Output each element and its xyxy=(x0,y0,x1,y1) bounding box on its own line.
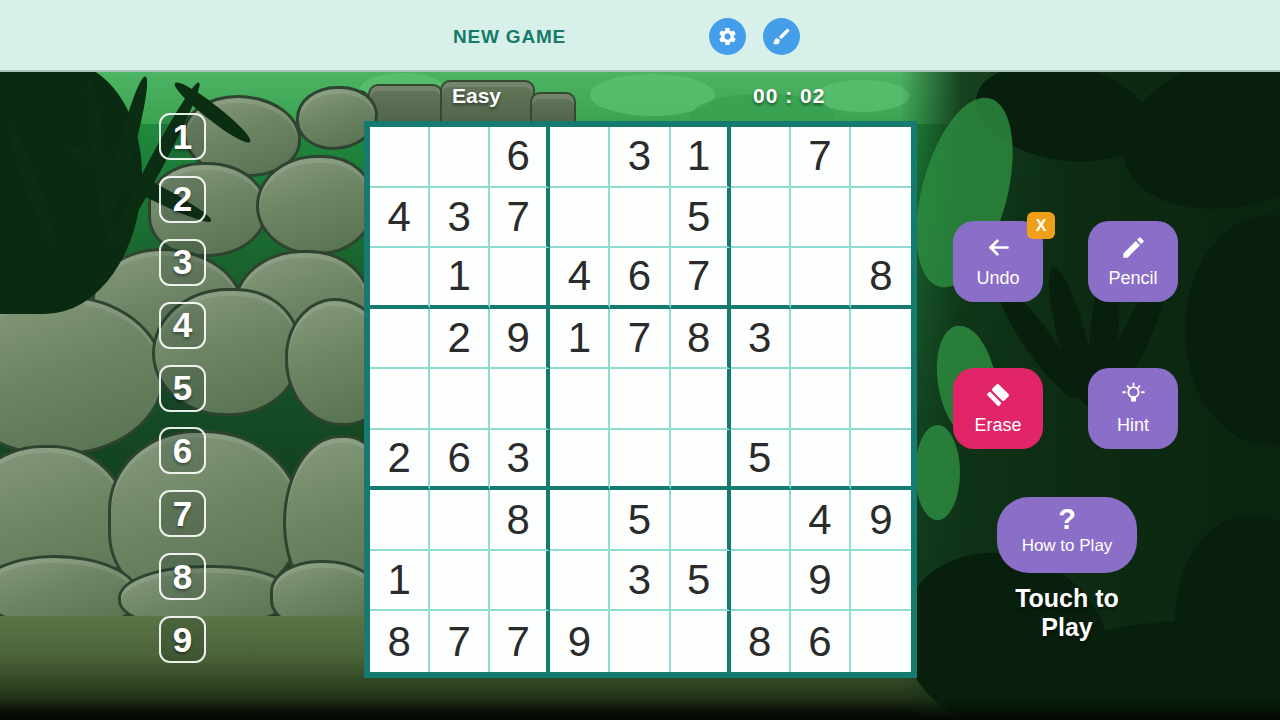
palette-number-9[interactable]: 9 xyxy=(159,616,206,663)
cell-r2c2[interactable]: 3 xyxy=(430,188,490,249)
cell-r3c2[interactable]: 1 xyxy=(430,248,490,309)
cell-r3c4[interactable]: 4 xyxy=(550,248,610,309)
stone-tile xyxy=(368,84,443,126)
difficulty-label: Easy xyxy=(452,84,501,108)
cell-r1c4[interactable] xyxy=(550,127,610,188)
palette-number-4[interactable]: 4 xyxy=(159,302,206,349)
erase-button[interactable]: Erase xyxy=(953,368,1043,449)
cell-r4c4[interactable]: 1 xyxy=(550,309,610,370)
cell-r3c5[interactable]: 6 xyxy=(610,248,670,309)
timer: 00 : 02 xyxy=(753,84,825,108)
palette-number-5[interactable]: 5 xyxy=(159,365,206,412)
cell-r9c7[interactable]: 8 xyxy=(731,611,791,672)
cell-r8c6[interactable]: 5 xyxy=(671,551,731,612)
cell-r2c7[interactable] xyxy=(731,188,791,249)
cell-r9c9[interactable] xyxy=(851,611,911,672)
sudoku-app: NEW GAME Easy 00 : 02 123456789 63174375… xyxy=(0,0,1280,720)
cell-r8c2[interactable] xyxy=(430,551,490,612)
cell-r5c2[interactable] xyxy=(430,369,490,430)
eraser-icon xyxy=(985,381,1012,408)
cell-r6c7[interactable]: 5 xyxy=(731,430,791,491)
palette-number-1[interactable]: 1 xyxy=(159,113,206,160)
cell-r4c6[interactable]: 8 xyxy=(671,309,731,370)
erase-label: Erase xyxy=(974,415,1021,436)
cell-r2c3[interactable]: 7 xyxy=(490,188,550,249)
cell-r1c6[interactable]: 1 xyxy=(671,127,731,188)
question-mark-icon: ? xyxy=(1058,504,1076,534)
palette-number-3[interactable]: 3 xyxy=(159,239,206,286)
number-palette: 123456789 xyxy=(159,113,206,663)
cell-r4c7[interactable]: 3 xyxy=(731,309,791,370)
cell-r1c2[interactable] xyxy=(430,127,490,188)
cell-r1c5[interactable]: 3 xyxy=(610,127,670,188)
arrow-left-icon xyxy=(985,234,1012,261)
cell-r5c3[interactable] xyxy=(490,369,550,430)
cell-r5c9[interactable] xyxy=(851,369,911,430)
palette-number-8[interactable]: 8 xyxy=(159,553,206,600)
palm-leaf xyxy=(1185,215,1280,445)
cell-r6c2[interactable]: 6 xyxy=(430,430,490,491)
palette-number-7[interactable]: 7 xyxy=(159,490,206,537)
touch-line1: Touch to xyxy=(967,584,1167,613)
cell-r4c3[interactable]: 9 xyxy=(490,309,550,370)
cell-r6c1[interactable]: 2 xyxy=(370,430,430,491)
cell-r7c3[interactable]: 8 xyxy=(490,490,550,551)
cell-r8c8[interactable]: 9 xyxy=(791,551,851,612)
hint-button[interactable]: Hint xyxy=(1088,368,1178,449)
hint-label: Hint xyxy=(1117,415,1149,436)
lightbulb-icon xyxy=(1120,381,1147,408)
cell-r6c9[interactable] xyxy=(851,430,911,491)
cell-r8c5[interactable]: 3 xyxy=(610,551,670,612)
cell-r4c8[interactable] xyxy=(791,309,851,370)
undo-count-badge: X xyxy=(1027,212,1055,239)
cell-r8c9[interactable] xyxy=(851,551,911,612)
cell-r8c1[interactable]: 1 xyxy=(370,551,430,612)
cell-r6c8[interactable] xyxy=(791,430,851,491)
cell-r5c4[interactable] xyxy=(550,369,610,430)
cell-r5c5[interactable] xyxy=(610,369,670,430)
undo-label: Undo xyxy=(976,268,1019,289)
cell-r9c6[interactable] xyxy=(671,611,731,672)
cell-r2c8[interactable] xyxy=(791,188,851,249)
cell-r1c9[interactable] xyxy=(851,127,911,188)
sudoku-board: 6317437514678291783263585491359877986 xyxy=(364,121,917,678)
pencil-label: Pencil xyxy=(1108,268,1157,289)
cell-r3c8[interactable] xyxy=(791,248,851,309)
touch-to-play-text: Touch to Play xyxy=(967,584,1167,642)
cell-r8c3[interactable] xyxy=(490,551,550,612)
cell-r2c6[interactable]: 5 xyxy=(671,188,731,249)
cell-r9c8[interactable]: 6 xyxy=(791,611,851,672)
cell-r3c1[interactable] xyxy=(370,248,430,309)
cell-r4c9[interactable] xyxy=(851,309,911,370)
cell-r6c6[interactable] xyxy=(671,430,731,491)
stone-tile xyxy=(530,92,576,124)
palette-number-2[interactable]: 2 xyxy=(159,176,206,223)
settings-button[interactable] xyxy=(709,18,746,55)
cell-r5c1[interactable] xyxy=(370,369,430,430)
paintbrush-icon xyxy=(771,26,792,47)
cell-r7c7[interactable] xyxy=(731,490,791,551)
pencil-button[interactable]: Pencil xyxy=(1088,221,1178,302)
stone xyxy=(256,155,374,255)
cell-r4c5[interactable]: 7 xyxy=(610,309,670,370)
cell-r2c1[interactable]: 4 xyxy=(370,188,430,249)
palette-number-6[interactable]: 6 xyxy=(159,427,206,474)
cell-r3c3[interactable] xyxy=(490,248,550,309)
cell-r9c3[interactable]: 7 xyxy=(490,611,550,672)
cell-r8c4[interactable] xyxy=(550,551,610,612)
fern-left xyxy=(0,72,260,372)
touch-line2: Play xyxy=(967,613,1167,642)
cell-r4c2[interactable]: 2 xyxy=(430,309,490,370)
bottom-shadow xyxy=(0,700,1280,720)
theme-button[interactable] xyxy=(763,18,800,55)
how-to-play-button[interactable]: ? How to Play xyxy=(997,497,1137,573)
page-title: NEW GAME xyxy=(453,26,566,48)
cell-r1c7[interactable] xyxy=(731,127,791,188)
cell-r3c7[interactable] xyxy=(731,248,791,309)
cell-r1c3[interactable]: 6 xyxy=(490,127,550,188)
cell-r7c2[interactable] xyxy=(430,490,490,551)
cell-r6c5[interactable] xyxy=(610,430,670,491)
cell-r7c5[interactable]: 5 xyxy=(610,490,670,551)
cell-r6c4[interactable] xyxy=(550,430,610,491)
cell-r7c8[interactable]: 4 xyxy=(791,490,851,551)
cell-r6c3[interactable]: 3 xyxy=(490,430,550,491)
cell-r3c6[interactable]: 7 xyxy=(671,248,731,309)
cell-r8c7[interactable] xyxy=(731,551,791,612)
cell-r2c5[interactable] xyxy=(610,188,670,249)
cell-r2c4[interactable] xyxy=(550,188,610,249)
cell-r2c9[interactable] xyxy=(851,188,911,249)
pencil-icon xyxy=(1120,234,1147,261)
cell-r1c8[interactable]: 7 xyxy=(791,127,851,188)
cell-r9c4[interactable]: 9 xyxy=(550,611,610,672)
cell-r3c9[interactable]: 8 xyxy=(851,248,911,309)
gear-icon xyxy=(717,26,738,47)
cell-r7c4[interactable] xyxy=(550,490,610,551)
cell-r7c1[interactable] xyxy=(370,490,430,551)
cell-r7c9[interactable]: 9 xyxy=(851,490,911,551)
cell-r5c7[interactable] xyxy=(731,369,791,430)
cell-r5c8[interactable] xyxy=(791,369,851,430)
cell-r9c5[interactable] xyxy=(610,611,670,672)
cell-r7c6[interactable] xyxy=(671,490,731,551)
cell-r9c1[interactable]: 8 xyxy=(370,611,430,672)
how-to-play-label: How to Play xyxy=(1022,536,1113,556)
header-bar: NEW GAME xyxy=(0,0,1280,72)
cell-r5c6[interactable] xyxy=(671,369,731,430)
cell-r1c1[interactable] xyxy=(370,127,430,188)
leaf xyxy=(915,425,960,520)
cell-r4c1[interactable] xyxy=(370,309,430,370)
cell-r9c2[interactable]: 7 xyxy=(430,611,490,672)
